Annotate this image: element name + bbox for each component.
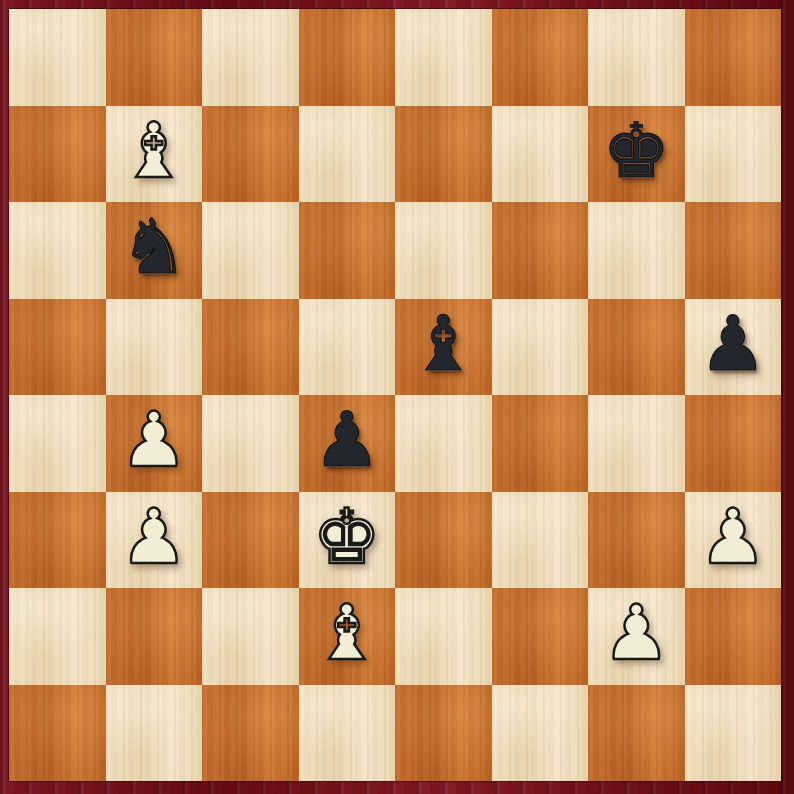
square-d2[interactable]: ♝ (299, 588, 396, 685)
square-a1[interactable] (9, 685, 106, 782)
square-f7[interactable] (492, 106, 589, 203)
square-c8[interactable] (202, 9, 299, 106)
square-b7[interactable]: ♝ (106, 106, 203, 203)
square-a7[interactable] (9, 106, 106, 203)
square-b3[interactable]: ♟ (106, 492, 203, 589)
square-h1[interactable] (685, 685, 782, 782)
square-c6[interactable] (202, 202, 299, 299)
piece-white-pawn-b4[interactable]: ♟ (120, 402, 188, 478)
square-g6[interactable] (588, 202, 685, 299)
square-f6[interactable] (492, 202, 589, 299)
square-c3[interactable] (202, 492, 299, 589)
square-c1[interactable] (202, 685, 299, 782)
square-b4[interactable]: ♟ (106, 395, 203, 492)
square-e6[interactable] (395, 202, 492, 299)
square-e7[interactable] (395, 106, 492, 203)
square-a5[interactable] (9, 299, 106, 396)
square-g7[interactable]: ♚ (588, 106, 685, 203)
square-f4[interactable] (492, 395, 589, 492)
square-f1[interactable] (492, 685, 589, 782)
piece-white-king-d3[interactable]: ♚ (313, 499, 381, 575)
piece-black-bishop-e5[interactable]: ♝ (409, 306, 477, 382)
square-f5[interactable] (492, 299, 589, 396)
square-e8[interactable] (395, 9, 492, 106)
square-b6[interactable]: ♞ (106, 202, 203, 299)
square-h3[interactable]: ♟ (685, 492, 782, 589)
square-g4[interactable] (588, 395, 685, 492)
chess-board-frame: ♝♚♞♝♟♟♟♟♚♟♝♟ (0, 0, 794, 794)
square-d7[interactable] (299, 106, 396, 203)
square-h4[interactable] (685, 395, 782, 492)
piece-black-knight-b6[interactable]: ♞ (120, 209, 188, 285)
square-a4[interactable] (9, 395, 106, 492)
square-d5[interactable] (299, 299, 396, 396)
square-c7[interactable] (202, 106, 299, 203)
square-b5[interactable] (106, 299, 203, 396)
square-b1[interactable] (106, 685, 203, 782)
square-h6[interactable] (685, 202, 782, 299)
square-e1[interactable] (395, 685, 492, 782)
square-h5[interactable]: ♟ (685, 299, 782, 396)
square-b2[interactable] (106, 588, 203, 685)
square-d6[interactable] (299, 202, 396, 299)
square-a8[interactable] (9, 9, 106, 106)
piece-white-pawn-g2[interactable]: ♟ (602, 595, 670, 671)
piece-white-bishop-b7[interactable]: ♝ (120, 113, 188, 189)
square-d1[interactable] (299, 685, 396, 782)
square-e4[interactable] (395, 395, 492, 492)
square-f8[interactable] (492, 9, 589, 106)
piece-white-bishop-d2[interactable]: ♝ (313, 595, 381, 671)
square-f2[interactable] (492, 588, 589, 685)
square-g8[interactable] (588, 9, 685, 106)
piece-white-pawn-b3[interactable]: ♟ (120, 499, 188, 575)
piece-white-pawn-h3[interactable]: ♟ (699, 499, 767, 575)
square-b8[interactable] (106, 9, 203, 106)
square-f3[interactable] (492, 492, 589, 589)
square-d8[interactable] (299, 9, 396, 106)
square-d3[interactable]: ♚ (299, 492, 396, 589)
square-e5[interactable]: ♝ (395, 299, 492, 396)
square-c2[interactable] (202, 588, 299, 685)
square-g1[interactable] (588, 685, 685, 782)
piece-black-pawn-h5[interactable]: ♟ (699, 306, 767, 382)
square-a3[interactable] (9, 492, 106, 589)
square-d4[interactable]: ♟ (299, 395, 396, 492)
piece-black-pawn-d4[interactable]: ♟ (313, 402, 381, 478)
square-g3[interactable] (588, 492, 685, 589)
chess-board: ♝♚♞♝♟♟♟♟♚♟♝♟ (9, 9, 781, 781)
square-e2[interactable] (395, 588, 492, 685)
square-c4[interactable] (202, 395, 299, 492)
square-h7[interactable] (685, 106, 782, 203)
square-h8[interactable] (685, 9, 782, 106)
square-g2[interactable]: ♟ (588, 588, 685, 685)
square-g5[interactable] (588, 299, 685, 396)
square-e3[interactable] (395, 492, 492, 589)
square-h2[interactable] (685, 588, 782, 685)
piece-black-king-g7[interactable]: ♚ (602, 113, 670, 189)
square-a2[interactable] (9, 588, 106, 685)
square-c5[interactable] (202, 299, 299, 396)
square-a6[interactable] (9, 202, 106, 299)
